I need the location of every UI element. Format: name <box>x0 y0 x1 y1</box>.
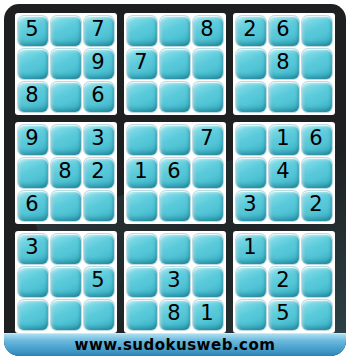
cell-r7c5[interactable] <box>160 234 190 264</box>
given-digit: 5 <box>91 270 104 291</box>
cell-r7c3[interactable] <box>84 234 114 264</box>
cell-r3c8[interactable] <box>269 82 299 112</box>
given-digit: 8 <box>58 161 71 182</box>
sudoku-grid: 5798687268938267161643235381125 <box>4 4 346 333</box>
cell-r1c2[interactable] <box>51 16 81 46</box>
cell-r7c2[interactable] <box>51 234 81 264</box>
cell-r3c1[interactable]: 8 <box>18 82 48 112</box>
cell-r5c9[interactable] <box>302 158 332 188</box>
cell-r8c8[interactable]: 2 <box>269 267 299 297</box>
cell-r3c9[interactable] <box>302 82 332 112</box>
cell-r2c6[interactable] <box>193 49 223 79</box>
given-digit: 6 <box>309 128 322 149</box>
cell-r8c2[interactable] <box>51 267 81 297</box>
cell-r6c1[interactable]: 6 <box>18 191 48 221</box>
given-digit: 2 <box>276 270 289 291</box>
box-4: 93826 <box>15 122 117 224</box>
cell-r2c1[interactable] <box>18 49 48 79</box>
cell-r8c1[interactable] <box>18 267 48 297</box>
given-digit: 2 <box>91 161 104 182</box>
cell-r4c3[interactable]: 3 <box>84 125 114 155</box>
cell-r2c9[interactable] <box>302 49 332 79</box>
cell-r7c8[interactable] <box>269 234 299 264</box>
cell-r2c2[interactable] <box>51 49 81 79</box>
cell-r9c3[interactable] <box>84 300 114 330</box>
cell-r1c1[interactable]: 5 <box>18 16 48 46</box>
given-digit: 1 <box>276 128 289 149</box>
given-digit: 6 <box>91 85 104 106</box>
box-3: 268 <box>233 13 335 115</box>
cell-r4c6[interactable]: 7 <box>193 125 223 155</box>
given-digit: 6 <box>276 19 289 40</box>
given-digit: 8 <box>276 52 289 73</box>
cell-r7c1[interactable]: 3 <box>18 234 48 264</box>
cell-r3c4[interactable] <box>127 82 157 112</box>
cell-r9c6[interactable]: 1 <box>193 300 223 330</box>
given-digit: 6 <box>25 194 38 215</box>
cell-r3c2[interactable] <box>51 82 81 112</box>
cell-r6c4[interactable] <box>127 191 157 221</box>
cell-r5c5[interactable]: 6 <box>160 158 190 188</box>
cell-r4c7[interactable] <box>236 125 266 155</box>
given-digit: 2 <box>309 194 322 215</box>
cell-r4c1[interactable]: 9 <box>18 125 48 155</box>
cell-r9c1[interactable] <box>18 300 48 330</box>
cell-r6c2[interactable] <box>51 191 81 221</box>
cell-r5c2[interactable]: 8 <box>51 158 81 188</box>
cell-r2c7[interactable] <box>236 49 266 79</box>
given-digit: 3 <box>243 194 256 215</box>
given-digit: 3 <box>167 270 180 291</box>
cell-r9c8[interactable]: 5 <box>269 300 299 330</box>
cell-r5c6[interactable] <box>193 158 223 188</box>
box-7: 35 <box>15 231 117 333</box>
cell-r3c6[interactable] <box>193 82 223 112</box>
given-digit: 7 <box>200 128 213 149</box>
cell-r9c2[interactable] <box>51 300 81 330</box>
given-digit: 3 <box>25 237 38 258</box>
box-9: 125 <box>233 231 335 333</box>
cell-r7c7[interactable]: 1 <box>236 234 266 264</box>
cell-r6c6[interactable] <box>193 191 223 221</box>
cell-r6c9[interactable]: 2 <box>302 191 332 221</box>
cell-r4c2[interactable] <box>51 125 81 155</box>
given-digit: 2 <box>243 19 256 40</box>
cell-r4c8[interactable]: 1 <box>269 125 299 155</box>
cell-r8c3[interactable]: 5 <box>84 267 114 297</box>
cell-r9c7[interactable] <box>236 300 266 330</box>
cell-r7c4[interactable] <box>127 234 157 264</box>
cell-r1c7[interactable]: 2 <box>236 16 266 46</box>
cell-r7c6[interactable] <box>193 234 223 264</box>
site-url[interactable]: www.sudokusweb.com <box>75 336 276 354</box>
footer-bar: www.sudokusweb.com <box>4 333 346 356</box>
cell-r5c7[interactable] <box>236 158 266 188</box>
cell-r5c1[interactable] <box>18 158 48 188</box>
given-digit: 9 <box>91 52 104 73</box>
box-6: 16432 <box>233 122 335 224</box>
given-digit: 8 <box>200 19 213 40</box>
cell-r8c4[interactable] <box>127 267 157 297</box>
given-digit: 1 <box>200 303 213 324</box>
cell-r7c9[interactable] <box>302 234 332 264</box>
cell-r3c5[interactable] <box>160 82 190 112</box>
cell-r5c4[interactable]: 1 <box>127 158 157 188</box>
cell-r6c7[interactable]: 3 <box>236 191 266 221</box>
given-digit: 6 <box>167 161 180 182</box>
cell-r1c4[interactable] <box>127 16 157 46</box>
cell-r8c6[interactable] <box>193 267 223 297</box>
cell-r4c9[interactable]: 6 <box>302 125 332 155</box>
given-digit: 1 <box>134 161 147 182</box>
cell-r9c4[interactable] <box>127 300 157 330</box>
given-digit: 5 <box>25 19 38 40</box>
given-digit: 7 <box>91 19 104 40</box>
cell-r3c3[interactable]: 6 <box>84 82 114 112</box>
given-digit: 3 <box>91 128 104 149</box>
cell-r8c7[interactable] <box>236 267 266 297</box>
cell-r6c3[interactable] <box>84 191 114 221</box>
cell-r6c8[interactable] <box>269 191 299 221</box>
box-1: 57986 <box>15 13 117 115</box>
cell-r8c9[interactable] <box>302 267 332 297</box>
box-2: 87 <box>124 13 226 115</box>
cell-r2c5[interactable] <box>160 49 190 79</box>
cell-r9c9[interactable] <box>302 300 332 330</box>
sudoku-board: 5798687268938267161643235381125 www.sudo… <box>4 4 346 356</box>
cell-r2c4[interactable]: 7 <box>127 49 157 79</box>
given-digit: 9 <box>25 128 38 149</box>
given-digit: 8 <box>167 303 180 324</box>
cell-r1c6[interactable]: 8 <box>193 16 223 46</box>
cell-r4c4[interactable] <box>127 125 157 155</box>
given-digit: 7 <box>134 52 147 73</box>
cell-r4c5[interactable] <box>160 125 190 155</box>
cell-r2c3[interactable]: 9 <box>84 49 114 79</box>
cell-r1c5[interactable] <box>160 16 190 46</box>
cell-r2c8[interactable]: 8 <box>269 49 299 79</box>
cell-r1c8[interactable]: 6 <box>269 16 299 46</box>
box-8: 381 <box>124 231 226 333</box>
cell-r1c3[interactable]: 7 <box>84 16 114 46</box>
box-5: 716 <box>124 122 226 224</box>
cell-r3c7[interactable] <box>236 82 266 112</box>
cell-r9c5[interactable]: 8 <box>160 300 190 330</box>
given-digit: 4 <box>276 161 289 182</box>
cell-r6c5[interactable] <box>160 191 190 221</box>
cell-r1c9[interactable] <box>302 16 332 46</box>
given-digit: 8 <box>25 85 38 106</box>
given-digit: 5 <box>276 303 289 324</box>
cell-r5c8[interactable]: 4 <box>269 158 299 188</box>
cell-r8c5[interactable]: 3 <box>160 267 190 297</box>
given-digit: 1 <box>243 237 256 258</box>
cell-r5c3[interactable]: 2 <box>84 158 114 188</box>
